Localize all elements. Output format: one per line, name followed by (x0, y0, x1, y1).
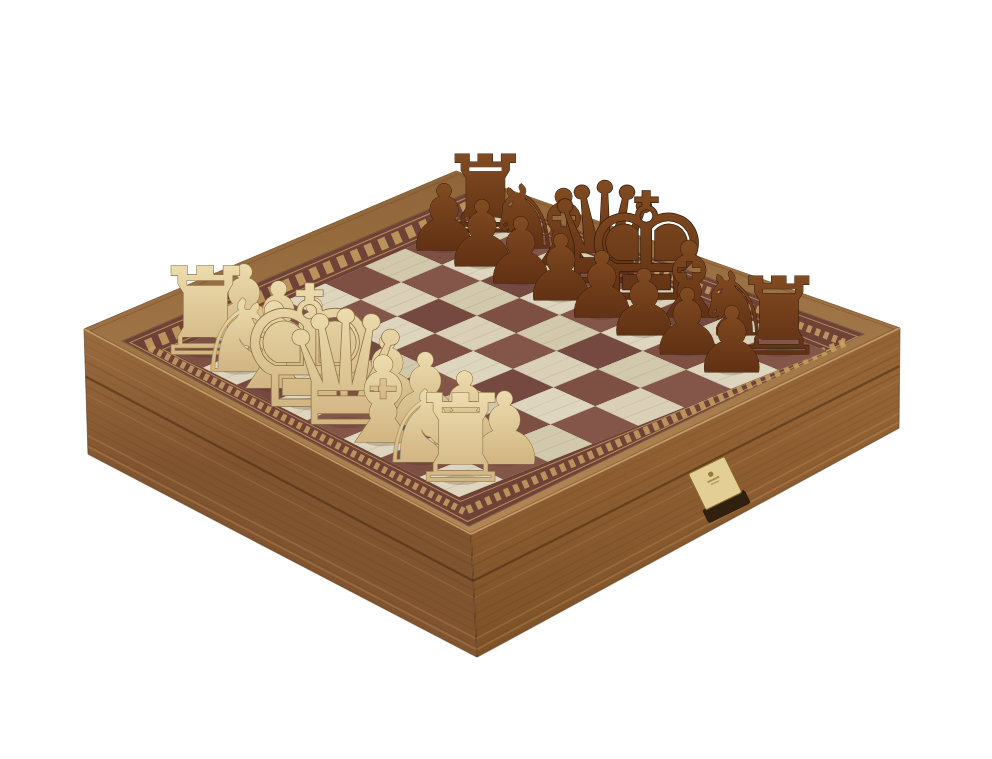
piece-glyph: ♜ (407, 369, 515, 510)
product-photo-chess-box: ♜♞♟♝♟♛♟♚♟♝♟♞♟♟♜♟♟♜♞♟♟♝♟♚♟♛♟♝♟♞♟♜ (0, 0, 992, 759)
piece-white-rook-h1[interactable]: ♜ (407, 369, 515, 510)
piece-glyph: ♟ (691, 288, 773, 393)
piece-dark-pawn-h7[interactable]: ♟ (691, 288, 773, 393)
board-scene: ♜♞♟♝♟♛♟♚♟♝♟♞♟♟♜♟♟♜♞♟♟♝♟♚♟♛♟♝♟♞♟♜ (0, 0, 992, 759)
